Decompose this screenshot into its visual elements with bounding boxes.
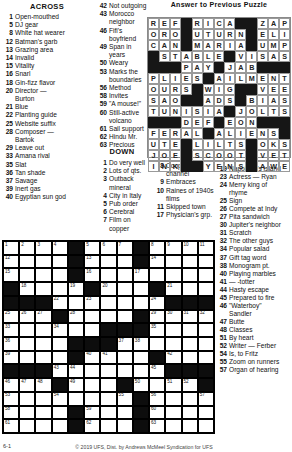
clue-number: 11 bbox=[153, 203, 166, 211]
black-cell bbox=[246, 150, 257, 161]
clue: 36Tan shade bbox=[2, 169, 66, 177]
cell[interactable]: 4 bbox=[52, 241, 68, 255]
cell[interactable]: 47 bbox=[19, 378, 35, 392]
cell[interactable]: 36 bbox=[3, 337, 19, 351]
across-header: ACROSS bbox=[0, 2, 94, 11]
cell[interactable]: 35 bbox=[149, 323, 165, 337]
answer-letter: E bbox=[271, 151, 276, 160]
cell[interactable] bbox=[198, 323, 214, 337]
clue-number: 20 bbox=[2, 87, 15, 103]
cell: O bbox=[246, 106, 257, 117]
answer-grid: REFRICAZAPOROUTURNELICANMARIAUMPSTABLEVI… bbox=[147, 17, 291, 158]
clue-text: Inert gas bbox=[15, 185, 66, 193]
cell[interactable]: 21 bbox=[165, 282, 181, 296]
cell[interactable]: 31 bbox=[182, 310, 198, 324]
cell[interactable]: 5 bbox=[84, 241, 100, 255]
cell-number: 3 bbox=[37, 243, 40, 248]
clue-number: 15 bbox=[2, 62, 15, 70]
black-cell bbox=[235, 18, 246, 29]
black-cell bbox=[3, 296, 19, 310]
black-cell bbox=[268, 117, 279, 128]
cell: F bbox=[148, 128, 159, 139]
clue-number: 53 bbox=[96, 68, 109, 84]
answer-letter: S bbox=[238, 140, 243, 149]
cell[interactable] bbox=[182, 392, 198, 406]
black-cell bbox=[68, 241, 84, 255]
cell[interactable] bbox=[19, 406, 35, 420]
cell-number: 52 bbox=[184, 380, 189, 385]
cell[interactable] bbox=[52, 351, 68, 365]
cell[interactable] bbox=[52, 255, 68, 269]
cell[interactable] bbox=[100, 406, 116, 420]
cell[interactable] bbox=[165, 419, 181, 433]
cell[interactable] bbox=[149, 378, 165, 392]
cell: S bbox=[192, 73, 203, 84]
cell: L bbox=[257, 106, 268, 117]
answer-letter: L bbox=[228, 129, 232, 138]
answer-letter: T bbox=[151, 107, 155, 116]
cell[interactable] bbox=[100, 392, 116, 406]
cell-number: 46 bbox=[5, 380, 10, 385]
cell[interactable]: 19 bbox=[68, 282, 84, 296]
cell[interactable] bbox=[165, 337, 181, 351]
clue-text: Jupiter's neighbor bbox=[229, 221, 282, 229]
clue-text: Morocco neighbor bbox=[109, 10, 148, 26]
cell[interactable] bbox=[100, 310, 116, 324]
cell[interactable]: 15 bbox=[3, 268, 19, 282]
answer-letter: L bbox=[195, 140, 199, 149]
clue-text: Grazing area bbox=[15, 46, 66, 54]
cell[interactable] bbox=[133, 351, 149, 365]
cell[interactable]: 32 bbox=[198, 310, 214, 324]
cell-number: 62 bbox=[86, 421, 91, 426]
cell[interactable]: 3 bbox=[35, 241, 51, 255]
cell-number: 28 bbox=[70, 311, 75, 316]
cell[interactable]: 40 bbox=[84, 351, 100, 365]
clue-number: 41 bbox=[216, 278, 229, 286]
black-cell bbox=[224, 106, 235, 117]
cell[interactable]: 63 bbox=[149, 419, 165, 433]
cell-number: 44 bbox=[70, 366, 75, 371]
cell: S bbox=[235, 161, 246, 172]
answer-letter: L bbox=[206, 52, 210, 61]
answer-letter: G bbox=[227, 85, 233, 94]
cell: S bbox=[224, 95, 235, 106]
cell[interactable]: 13 bbox=[84, 255, 100, 269]
cell[interactable] bbox=[19, 392, 35, 406]
black-cell bbox=[198, 296, 214, 310]
black-cell bbox=[203, 128, 214, 139]
cell[interactable]: 37 bbox=[117, 337, 133, 351]
clue-text: Span in years bbox=[109, 43, 148, 59]
cell[interactable]: 26 bbox=[19, 310, 35, 324]
cell: A bbox=[224, 18, 235, 29]
cell[interactable] bbox=[35, 255, 51, 269]
clue-text: Pita sandwich bbox=[229, 213, 282, 221]
clue-text: The other guys bbox=[229, 237, 282, 245]
cell-number: 51 bbox=[167, 380, 172, 385]
cell: W bbox=[268, 161, 279, 172]
cell[interactable] bbox=[84, 310, 100, 324]
cell[interactable]: 58 bbox=[3, 406, 19, 420]
clue-text: Do very well bbox=[109, 159, 148, 167]
clue: 6Cerebral bbox=[96, 208, 148, 216]
clue-text: Physician's grp. bbox=[166, 211, 214, 219]
cell-number: 42 bbox=[167, 352, 172, 357]
answer-letter: I bbox=[174, 74, 176, 83]
clue-number: 46 bbox=[96, 27, 109, 43]
cell[interactable] bbox=[133, 282, 149, 296]
cell: I bbox=[170, 73, 181, 84]
answer-letter: A bbox=[227, 19, 232, 28]
clue-number: 9 bbox=[153, 178, 166, 186]
cell[interactable] bbox=[68, 296, 84, 310]
cell[interactable] bbox=[35, 337, 51, 351]
answer-letter: S bbox=[228, 96, 233, 105]
cell[interactable] bbox=[19, 337, 35, 351]
clue: 10Raines of 1940s films bbox=[153, 187, 214, 203]
cell: E bbox=[279, 84, 290, 95]
cell: U bbox=[214, 29, 225, 40]
clue-text: Scratch bbox=[229, 229, 282, 237]
answer-letter: A bbox=[162, 41, 167, 50]
cell[interactable]: 10 bbox=[182, 241, 198, 255]
cell[interactable] bbox=[100, 255, 116, 269]
cell[interactable]: 45 bbox=[149, 364, 165, 378]
answer-letter: Z bbox=[260, 19, 264, 28]
cell[interactable] bbox=[35, 323, 51, 337]
cell-number: 35 bbox=[151, 325, 156, 330]
cell[interactable] bbox=[165, 323, 181, 337]
cell[interactable] bbox=[198, 406, 214, 420]
answer-letter: E bbox=[162, 129, 167, 138]
cell[interactable] bbox=[182, 351, 198, 365]
answer-letter: W bbox=[205, 85, 212, 94]
cell[interactable] bbox=[117, 351, 133, 365]
cell[interactable]: 12 bbox=[3, 255, 19, 269]
cell[interactable]: 28 bbox=[68, 310, 84, 324]
cell-number: 53 bbox=[5, 393, 10, 398]
cell[interactable] bbox=[68, 323, 84, 337]
cell[interactable]: 20 bbox=[100, 282, 116, 296]
cell[interactable]: 42 bbox=[165, 351, 181, 365]
cell-number: 54 bbox=[54, 393, 59, 398]
cell[interactable] bbox=[100, 378, 116, 392]
cell[interactable] bbox=[52, 419, 68, 433]
answer-letter: N bbox=[238, 30, 243, 39]
cell[interactable] bbox=[182, 255, 198, 269]
cell[interactable] bbox=[117, 310, 133, 324]
clue-number: 22 bbox=[2, 111, 15, 119]
answer-letter: M bbox=[249, 74, 255, 83]
cell[interactable]: 46 bbox=[3, 378, 19, 392]
cell[interactable]: 44 bbox=[68, 364, 84, 378]
cell[interactable] bbox=[100, 419, 116, 433]
cell[interactable] bbox=[117, 364, 133, 378]
down-header: DOWN bbox=[96, 147, 148, 156]
clue-number: 47 bbox=[216, 318, 229, 326]
answer-letter: U bbox=[162, 107, 167, 116]
cell[interactable]: 48 bbox=[35, 378, 51, 392]
cell: I bbox=[235, 128, 246, 139]
cell[interactable] bbox=[182, 282, 198, 296]
cell[interactable]: 24 bbox=[149, 296, 165, 310]
cell[interactable] bbox=[198, 268, 214, 282]
clue-text: Compete at Indy bbox=[229, 205, 282, 213]
cell[interactable]: 62 bbox=[84, 419, 100, 433]
cell[interactable]: 14 bbox=[149, 255, 165, 269]
answer-letter: F bbox=[206, 118, 210, 127]
cell[interactable]: 33 bbox=[3, 323, 19, 337]
cell: I bbox=[203, 106, 214, 117]
cell[interactable] bbox=[198, 419, 214, 433]
cell-number: 38 bbox=[135, 339, 140, 344]
cell[interactable] bbox=[84, 392, 100, 406]
clue-number: 56 bbox=[96, 84, 109, 92]
answer-letter: I bbox=[262, 96, 264, 105]
clue: 26Compete at Indy bbox=[216, 205, 282, 213]
cell: K bbox=[268, 139, 279, 150]
cell-number: 49 bbox=[70, 380, 75, 385]
cell[interactable]: 61 bbox=[3, 419, 19, 433]
clue: 28Composer — Bartok bbox=[2, 128, 66, 144]
cell: I bbox=[203, 139, 214, 150]
answer-letter: C bbox=[205, 151, 210, 160]
cell[interactable] bbox=[117, 406, 133, 420]
cell: A bbox=[235, 62, 246, 73]
cell[interactable] bbox=[182, 323, 198, 337]
clue-text: Writer — Ferber bbox=[229, 342, 282, 350]
cell[interactable] bbox=[165, 255, 181, 269]
clue-text: Slat bbox=[15, 161, 66, 169]
cell[interactable] bbox=[117, 268, 133, 282]
cell[interactable]: 8 bbox=[149, 241, 165, 255]
answer-letter: P bbox=[282, 41, 287, 50]
answer-letter: I bbox=[152, 162, 154, 171]
cell[interactable] bbox=[35, 419, 51, 433]
cell[interactable]: 29 bbox=[149, 310, 165, 324]
clue-number: 28 bbox=[2, 128, 15, 144]
cell[interactable] bbox=[165, 406, 181, 420]
cell[interactable] bbox=[182, 268, 198, 282]
clue-number: 43 bbox=[96, 10, 109, 26]
cell[interactable] bbox=[35, 351, 51, 365]
cell[interactable] bbox=[84, 378, 100, 392]
clue-text: Playing marbles bbox=[229, 270, 282, 278]
clue: 42Not outgoing bbox=[96, 2, 148, 10]
cell[interactable]: 22 bbox=[52, 296, 68, 310]
cell[interactable] bbox=[149, 268, 165, 282]
cell-number: 43 bbox=[54, 366, 59, 371]
cell[interactable] bbox=[133, 296, 149, 310]
cell[interactable] bbox=[52, 337, 68, 351]
cell: L bbox=[214, 139, 225, 150]
cell[interactable]: 41 bbox=[100, 351, 116, 365]
cell: Y bbox=[203, 161, 214, 172]
cell[interactable]: 7 bbox=[117, 241, 133, 255]
clue-text: Amana rival bbox=[15, 152, 66, 160]
cell-number: 27 bbox=[37, 311, 42, 316]
cell[interactable]: 18 bbox=[19, 282, 35, 296]
cell: T bbox=[268, 106, 279, 117]
clue: 5Pub order bbox=[96, 200, 148, 208]
cell[interactable] bbox=[35, 406, 51, 420]
answer-letter: R bbox=[227, 30, 232, 39]
cell: V bbox=[257, 84, 268, 95]
cell[interactable]: 55 bbox=[117, 392, 133, 406]
cell[interactable] bbox=[117, 282, 133, 296]
cell: G bbox=[224, 84, 235, 95]
answer-letter: R bbox=[173, 85, 178, 94]
cell: U bbox=[192, 29, 203, 40]
answer-letter: U bbox=[162, 85, 167, 94]
answer-letter: E bbox=[282, 85, 287, 94]
clue-number: 1 bbox=[96, 159, 109, 167]
answer-letter: O bbox=[260, 140, 266, 149]
clue: 61Sail support bbox=[96, 125, 148, 133]
cell[interactable] bbox=[19, 323, 35, 337]
cell[interactable] bbox=[35, 282, 51, 296]
cell[interactable] bbox=[198, 351, 214, 365]
clue-number: 51 bbox=[216, 334, 229, 342]
cell[interactable] bbox=[35, 392, 51, 406]
cell[interactable] bbox=[165, 392, 181, 406]
answer-letter: L bbox=[239, 74, 243, 83]
clue-number: 5 bbox=[96, 200, 109, 208]
cell[interactable] bbox=[100, 364, 116, 378]
cell[interactable]: 51 bbox=[165, 378, 181, 392]
cell[interactable] bbox=[19, 351, 35, 365]
cell[interactable]: 1 bbox=[3, 241, 19, 255]
answer-letter: T bbox=[271, 107, 275, 116]
cell: M bbox=[268, 40, 279, 51]
cell-number: 1 bbox=[5, 243, 8, 248]
cell[interactable] bbox=[182, 337, 198, 351]
cell[interactable]: 52 bbox=[182, 378, 198, 392]
clue-text: Marks the boundaries bbox=[109, 68, 148, 84]
cell[interactable]: 54 bbox=[52, 392, 68, 406]
cell[interactable] bbox=[182, 419, 198, 433]
cell[interactable] bbox=[35, 268, 51, 282]
black-cell bbox=[148, 117, 159, 128]
cell-number: 13 bbox=[86, 256, 91, 261]
clue: 40Playing marbles bbox=[216, 270, 282, 278]
cell[interactable]: 43 bbox=[52, 364, 68, 378]
cell[interactable]: 27 bbox=[35, 310, 51, 324]
cell-number: 24 bbox=[151, 297, 156, 302]
cell[interactable] bbox=[100, 296, 116, 310]
cell: N bbox=[159, 161, 170, 172]
cell[interactable]: 25 bbox=[3, 310, 19, 324]
cell-number: 15 bbox=[5, 270, 10, 275]
answer-letter: E bbox=[249, 129, 254, 138]
cell-number: 45 bbox=[151, 366, 156, 371]
cell[interactable] bbox=[133, 364, 149, 378]
cell[interactable]: 23 bbox=[84, 296, 100, 310]
clue: 21Blue bbox=[2, 103, 66, 111]
cell-number: 50 bbox=[135, 380, 140, 385]
cell[interactable]: 34 bbox=[52, 323, 68, 337]
cell[interactable] bbox=[117, 255, 133, 269]
cell[interactable] bbox=[165, 268, 181, 282]
cell[interactable] bbox=[84, 364, 100, 378]
answer-letter: E bbox=[184, 74, 189, 83]
cell[interactable]: 57 bbox=[198, 392, 214, 406]
cell[interactable] bbox=[117, 296, 133, 310]
clue-number: 34 bbox=[216, 245, 229, 253]
answer-letter: R bbox=[151, 19, 156, 28]
cell: B bbox=[192, 51, 203, 62]
cell[interactable] bbox=[52, 406, 68, 420]
cell[interactable]: 59 bbox=[84, 406, 100, 420]
cell: N bbox=[224, 161, 235, 172]
cell[interactable]: 38 bbox=[133, 337, 149, 351]
clue-number: 26 bbox=[216, 205, 229, 213]
cell[interactable]: 53 bbox=[3, 392, 19, 406]
black-cell bbox=[149, 282, 165, 296]
clue-text: Weary bbox=[109, 59, 148, 67]
cell[interactable]: 50 bbox=[133, 378, 149, 392]
cell-number: 26 bbox=[21, 311, 26, 316]
cell[interactable]: 6 bbox=[100, 241, 116, 255]
cell[interactable]: 2 bbox=[19, 241, 35, 255]
black-cell bbox=[165, 364, 181, 378]
cell[interactable] bbox=[19, 268, 35, 282]
black-cell bbox=[214, 117, 225, 128]
clue-number: 37 bbox=[216, 254, 229, 262]
clue-text: Invites bbox=[109, 92, 148, 100]
black-cell bbox=[279, 62, 290, 73]
cell[interactable] bbox=[198, 337, 214, 351]
cell: E bbox=[170, 139, 181, 150]
cell[interactable]: 16 bbox=[84, 268, 100, 282]
black-cell bbox=[192, 95, 203, 106]
cell[interactable]: 60 bbox=[149, 406, 165, 420]
cell[interactable]: 9 bbox=[165, 241, 181, 255]
answer-letter: E bbox=[217, 162, 222, 171]
clue: 20Director — Burton bbox=[2, 87, 66, 103]
cell[interactable] bbox=[182, 406, 198, 420]
black-cell bbox=[181, 139, 192, 150]
cell[interactable] bbox=[19, 419, 35, 433]
cell: T bbox=[170, 51, 181, 62]
cell[interactable] bbox=[52, 282, 68, 296]
cell[interactable]: 30 bbox=[165, 310, 181, 324]
cell[interactable] bbox=[149, 337, 165, 351]
cell: D bbox=[214, 95, 225, 106]
cell[interactable] bbox=[198, 282, 214, 296]
cell: O bbox=[257, 139, 268, 150]
cell[interactable] bbox=[19, 255, 35, 269]
cell[interactable] bbox=[198, 255, 214, 269]
clue-text: Organ of hearing bbox=[229, 366, 282, 374]
cell[interactable]: 39 bbox=[3, 351, 19, 365]
cell[interactable] bbox=[68, 392, 84, 406]
cell[interactable] bbox=[117, 419, 133, 433]
black-cell bbox=[203, 73, 214, 84]
answer-letter: E bbox=[228, 118, 233, 127]
cell[interactable]: 49 bbox=[68, 378, 84, 392]
answer-letter: U bbox=[151, 140, 156, 149]
cell[interactable] bbox=[52, 268, 68, 282]
clue-text: Director — Burton bbox=[15, 87, 66, 103]
cell[interactable]: 17 bbox=[133, 268, 149, 282]
cell[interactable] bbox=[84, 323, 100, 337]
clue-text: Butte bbox=[229, 318, 282, 326]
cell[interactable] bbox=[100, 268, 116, 282]
cell[interactable]: 56 bbox=[149, 392, 165, 406]
cell[interactable]: 11 bbox=[198, 241, 214, 255]
